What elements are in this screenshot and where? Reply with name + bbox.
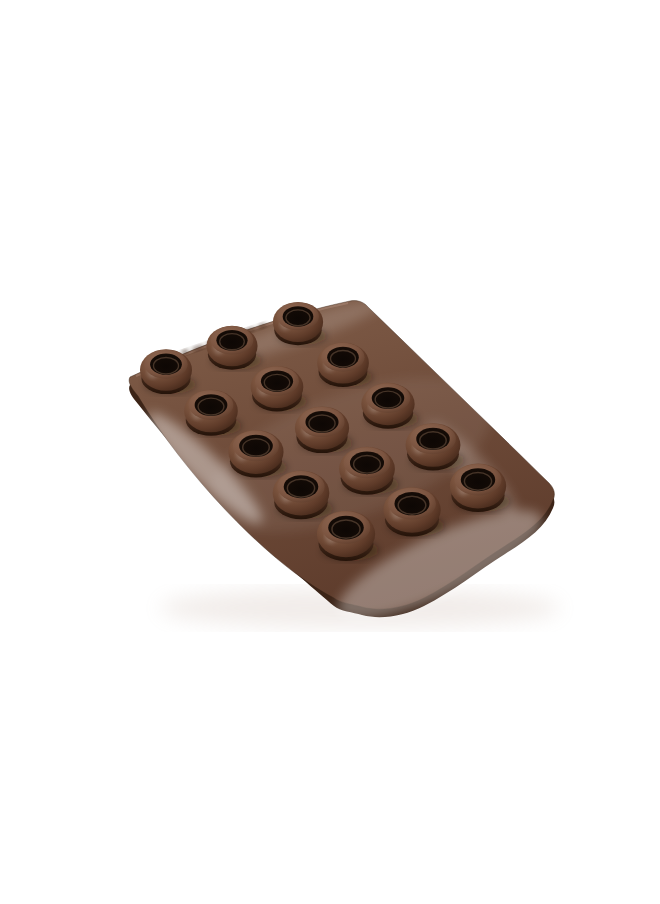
- photo-canvas: Brown silicone chocolate mould with 15 r…: [0, 0, 660, 904]
- chocolate-mold-photo: Brown silicone chocolate mould with 15 r…: [0, 0, 660, 904]
